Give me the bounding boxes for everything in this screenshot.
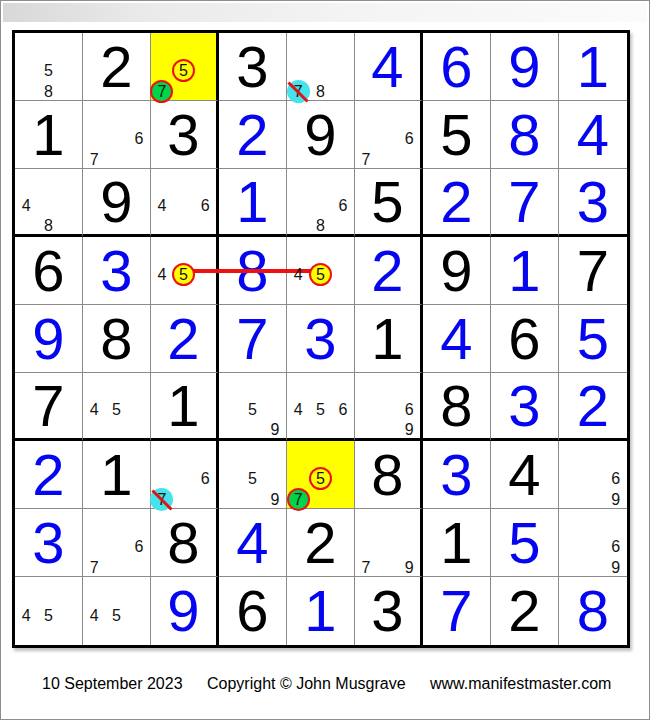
given-digit: 7 (15, 373, 82, 438)
candidate-5: 5 (37, 604, 59, 627)
candidate-4: 4 (287, 399, 309, 421)
solved-digit: 8 (491, 101, 558, 168)
candidate-9: 9 (264, 419, 286, 441)
candidate-7-green: 7 (287, 489, 309, 511)
cell-r9c6[interactable]: 3 (355, 577, 423, 645)
cell-r7c7[interactable]: 3 (423, 441, 491, 509)
given-digit: 9 (83, 169, 150, 234)
cell-r1c5[interactable]: 78 (287, 33, 355, 101)
cell-r4c8[interactable]: 1 (491, 237, 559, 305)
cell-r7c6[interactable]: 8 (355, 441, 423, 509)
cell-r7c5[interactable]: 57 (287, 441, 355, 509)
candidate-4: 4 (15, 604, 37, 627)
candidate-5-yellow-ring: 5 (309, 264, 331, 286)
cell-r9c8[interactable]: 2 (491, 577, 559, 645)
cell-r9c9[interactable]: 8 (559, 577, 627, 645)
given-digit: 5 (355, 169, 420, 234)
cell-r7c4[interactable]: 59 (219, 441, 287, 509)
footer-website: www.manifestmaster.com (430, 675, 611, 692)
cell-r6c1[interactable]: 7 (15, 373, 83, 441)
given-digit: 1 (355, 305, 420, 372)
footer: 10 September 2023 Copyright © John Musgr… (42, 675, 649, 693)
given-digit: 8 (355, 441, 420, 508)
candidate-7: 7 (83, 557, 105, 579)
cell-r4c9[interactable]: 7 (559, 237, 627, 305)
cell-r3c5[interactable]: 68 (287, 169, 355, 237)
cell-r9c1[interactable]: 45 (15, 577, 83, 645)
candidate-6: 6 (332, 195, 354, 217)
solved-digit: 3 (287, 305, 354, 372)
candidate-5: 5 (241, 468, 263, 490)
candidate-4: 4 (151, 264, 173, 286)
cell-r5c7[interactable]: 4 (423, 305, 491, 373)
candidate-6: 6 (604, 536, 627, 558)
cell-r1c6[interactable]: 4 (355, 33, 423, 101)
given-digit: 6 (491, 305, 558, 372)
solved-digit: 9 (491, 33, 558, 100)
cell-r4c6[interactable]: 2 (355, 237, 423, 305)
given-digit: 9 (423, 237, 490, 304)
cell-r6c3[interactable]: 1 (151, 373, 219, 441)
cell-r9c7[interactable]: 7 (423, 577, 491, 645)
candidate-5-yellow-ring: 5 (173, 264, 195, 286)
solved-digit: 2 (423, 169, 490, 234)
cell-r8c9[interactable]: 69 (559, 509, 627, 577)
cell-r5c9[interactable]: 5 (559, 305, 627, 373)
solved-digit: 5 (559, 305, 627, 372)
solved-digit: 3 (83, 237, 150, 304)
footer-date: 10 September 2023 (42, 675, 183, 692)
candidate-6: 6 (398, 399, 420, 421)
cell-r5c3[interactable]: 2 (151, 305, 219, 373)
candidate-5-ring: 5 (309, 468, 331, 490)
cell-r8c3[interactable]: 8 (151, 509, 219, 577)
solved-digit: 3 (491, 373, 558, 438)
given-digit: 2 (287, 509, 354, 576)
cell-r9c4[interactable]: 6 (219, 577, 287, 645)
given-digit: 9 (287, 101, 354, 168)
cell-r6c5[interactable]: 456 (287, 373, 355, 441)
cell-r4c2[interactable]: 3 (83, 237, 151, 305)
cell-r1c3[interactable]: 57 (151, 33, 219, 101)
cell-r2c9[interactable]: 4 (559, 101, 627, 169)
given-digit: 4 (491, 441, 558, 508)
cell-r8c4[interactable]: 4 (219, 509, 287, 577)
cell-r7c8[interactable]: 4 (491, 441, 559, 509)
solved-digit: 7 (423, 577, 490, 645)
given-digit: 3 (219, 33, 286, 100)
candidate-7: 7 (355, 149, 377, 171)
cell-r5c6[interactable]: 1 (355, 305, 423, 373)
given-digit: 7 (559, 237, 627, 304)
cell-r1c2[interactable]: 2 (83, 33, 151, 101)
candidate-4: 4 (287, 264, 309, 286)
candidate-6: 6 (332, 399, 354, 421)
solved-digit: 6 (423, 33, 490, 100)
given-digit: 2 (491, 577, 558, 645)
candidate-6: 6 (604, 468, 627, 490)
solved-digit: 2 (151, 305, 216, 372)
cell-r2c5[interactable]: 9 (287, 101, 355, 169)
cell-r5c8[interactable]: 6 (491, 305, 559, 373)
candidate-6: 6 (128, 128, 150, 150)
cell-r9c5[interactable]: 1 (287, 577, 355, 645)
cell-r3c1[interactable]: 48 (15, 169, 83, 237)
given-digit: 6 (219, 577, 286, 645)
cell-r2c3[interactable]: 3 (151, 101, 219, 169)
solved-digit: 7 (491, 169, 558, 234)
candidate-7-cyan: 7 (151, 489, 173, 511)
cell-r6c4[interactable]: 59 (219, 373, 287, 441)
cell-r3c6[interactable]: 5 (355, 169, 423, 237)
candidate-9: 9 (264, 489, 286, 511)
candidate-8: 8 (37, 215, 59, 237)
solved-digit: 1 (491, 237, 558, 304)
candidate-6: 6 (194, 195, 216, 217)
cell-r6c9[interactable]: 2 (559, 373, 627, 441)
solved-digit: 3 (559, 169, 627, 234)
candidate-9: 9 (398, 557, 420, 579)
cell-r6c6[interactable]: 69 (355, 373, 423, 441)
cell-r1c9[interactable]: 1 (559, 33, 627, 101)
cell-r8c5[interactable]: 2 (287, 509, 355, 577)
candidate-5: 5 (241, 399, 263, 421)
solved-digit: 2 (355, 237, 420, 304)
cell-r5c5[interactable]: 3 (287, 305, 355, 373)
given-digit: 2 (83, 33, 150, 100)
solved-digit: 9 (15, 305, 82, 372)
solved-digit: 2 (219, 101, 286, 168)
footer-copyright: Copyright © John Musgrave (207, 675, 406, 692)
given-digit: 1 (15, 101, 82, 168)
candidate-5: 5 (309, 399, 331, 421)
candidate-8: 8 (309, 81, 331, 103)
cell-r3c2[interactable]: 9 (83, 169, 151, 237)
candidate-6: 6 (398, 128, 420, 150)
candidate-6: 6 (128, 536, 150, 558)
candidate-4: 4 (15, 195, 37, 217)
given-digit: 3 (151, 101, 216, 168)
solved-digit: 3 (423, 441, 490, 508)
candidate-4: 4 (83, 604, 105, 627)
cell-r6c2[interactable]: 45 (83, 373, 151, 441)
cell-r2c1[interactable]: 1 (15, 101, 83, 169)
solved-digit: 1 (559, 33, 627, 100)
cell-r5c1[interactable]: 9 (15, 305, 83, 373)
given-digit: 6 (15, 237, 82, 304)
cell-r4c7[interactable]: 9 (423, 237, 491, 305)
sudoku-board: 5825737846911673296758448946168527363458… (12, 30, 630, 648)
cell-r3c4[interactable]: 1 (219, 169, 287, 237)
cell-r8c6[interactable]: 79 (355, 509, 423, 577)
solved-digit: 4 (219, 509, 286, 576)
cell-r7c9[interactable]: 69 (559, 441, 627, 509)
given-digit: 3 (355, 577, 420, 645)
cell-r6c8[interactable]: 3 (491, 373, 559, 441)
cell-r2c8[interactable]: 8 (491, 101, 559, 169)
page: 5825737846911673296758448946168527363458… (0, 0, 650, 720)
cell-r1c4[interactable]: 3 (219, 33, 287, 101)
candidate-6: 6 (194, 468, 216, 490)
candidate-8: 8 (37, 81, 59, 103)
cell-r3c8[interactable]: 7 (491, 169, 559, 237)
candidate-7: 7 (355, 557, 377, 579)
cell-r8c8[interactable]: 5 (491, 509, 559, 577)
solved-digit: 4 (355, 33, 420, 100)
given-digit: 1 (83, 441, 150, 508)
solved-digit: 9 (151, 577, 216, 645)
cell-r2c6[interactable]: 67 (355, 101, 423, 169)
cell-r2c2[interactable]: 67 (83, 101, 151, 169)
candidate-7-green: 7 (151, 81, 173, 103)
solved-digit: 7 (219, 305, 286, 372)
candidate-4: 4 (151, 195, 173, 217)
given-digit: 8 (83, 305, 150, 372)
cell-r3c3[interactable]: 46 (151, 169, 219, 237)
solved-digit: 1 (287, 577, 354, 645)
solved-digit: 3 (15, 509, 82, 576)
solved-digit: 1 (219, 169, 286, 234)
cell-r6c7[interactable]: 8 (423, 373, 491, 441)
cell-r4c1[interactable]: 6 (15, 237, 83, 305)
cell-r2c7[interactable]: 5 (423, 101, 491, 169)
candidate-5-ring: 5 (173, 60, 195, 82)
header-bar (3, 3, 647, 22)
cell-r7c2[interactable]: 1 (83, 441, 151, 509)
given-digit: 5 (423, 101, 490, 168)
cell-r9c3[interactable]: 9 (151, 577, 219, 645)
solved-digit: 2 (559, 373, 627, 438)
cell-r8c1[interactable]: 3 (15, 509, 83, 577)
cell-r4c5[interactable]: 45 (287, 237, 355, 305)
candidate-5: 5 (37, 60, 59, 82)
given-digit: 8 (423, 373, 490, 438)
given-digit: 8 (151, 509, 216, 576)
cell-r9c2[interactable]: 45 (83, 577, 151, 645)
solved-digit: 4 (423, 305, 490, 372)
cell-r7c1[interactable]: 2 (15, 441, 83, 509)
candidate-4: 4 (83, 399, 105, 421)
candidate-7: 7 (83, 149, 105, 171)
candidate-9: 9 (604, 557, 627, 579)
candidate-5: 5 (105, 604, 127, 627)
cell-r8c7[interactable]: 1 (423, 509, 491, 577)
cell-r3c9[interactable]: 3 (559, 169, 627, 237)
cell-r1c1[interactable]: 58 (15, 33, 83, 101)
candidate-9: 9 (398, 419, 420, 441)
cell-r2c4[interactable]: 2 (219, 101, 287, 169)
given-digit: 1 (151, 373, 216, 438)
cell-r3c7[interactable]: 2 (423, 169, 491, 237)
cell-r1c7[interactable]: 6 (423, 33, 491, 101)
solved-digit: 2 (15, 441, 82, 508)
given-digit: 1 (423, 509, 490, 576)
solved-digit: 5 (491, 509, 558, 576)
solved-digit: 4 (559, 101, 627, 168)
candidate-7-cyan: 7 (287, 81, 309, 103)
cell-r1c8[interactable]: 9 (491, 33, 559, 101)
candidate-9: 9 (604, 489, 627, 511)
cell-r5c4[interactable]: 7 (219, 305, 287, 373)
cell-r5c2[interactable]: 8 (83, 305, 151, 373)
candidate-8: 8 (309, 215, 331, 237)
solved-digit: 8 (559, 577, 627, 645)
cell-r7c3[interactable]: 67 (151, 441, 219, 509)
candidate-5: 5 (105, 399, 127, 421)
cell-r8c2[interactable]: 67 (83, 509, 151, 577)
